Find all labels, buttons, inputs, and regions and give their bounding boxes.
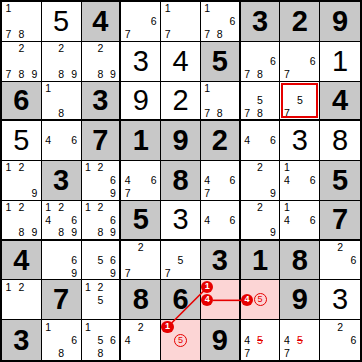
candidate-4: 4 — [201, 213, 214, 226]
candidate-2 — [174, 2, 187, 15]
cell-r4c4[interactable]: 1 — [121, 121, 161, 161]
candidate-9: 9 — [28, 187, 41, 200]
cell-r7c3[interactable]: 569 — [82, 241, 122, 281]
cell-r3c1[interactable]: 6 — [2, 82, 42, 122]
candidate-4 — [82, 55, 95, 68]
cell-r5c4[interactable]: 467 — [121, 161, 161, 201]
candidate-1: 1 — [82, 320, 95, 333]
cell-r9c2[interactable]: 168 — [42, 320, 82, 360]
candidate-grid: 1269 — [82, 161, 120, 200]
candidate-5: 5 — [293, 94, 306, 107]
candidate-1 — [201, 201, 214, 214]
candidate-7 — [320, 267, 333, 280]
cell-r1c5[interactable]: 17 — [161, 2, 201, 42]
candidate-2: 2 — [55, 201, 68, 214]
cell-r8c1[interactable]: 12 — [2, 280, 42, 320]
cell-r9c7[interactable]: 457 — [241, 320, 281, 360]
candidate-5: 5 — [94, 333, 107, 346]
candidate-2 — [55, 121, 68, 134]
given-digit: 3 — [13, 326, 29, 355]
candidate-9 — [226, 28, 239, 41]
candidate-grid: 1289 — [2, 201, 41, 239]
candidate-7 — [241, 306, 254, 319]
candidate-3 — [28, 280, 41, 293]
candidate-9 — [306, 68, 319, 81]
candidate-9 — [147, 28, 160, 41]
candidate-4 — [201, 15, 214, 28]
cell-r9c5[interactable]: 15 — [161, 320, 201, 360]
cell-r6c6[interactable]: 46 — [201, 201, 241, 241]
cell-r6c7[interactable]: 29 — [241, 201, 281, 241]
candidate-4: 4 — [42, 134, 55, 147]
cell-r1c9[interactable]: 9 — [320, 2, 360, 42]
given-digit: 9 — [292, 285, 308, 314]
cell-r5c1[interactable]: 129 — [2, 161, 42, 201]
cell-r3c5[interactable]: 2 — [161, 82, 201, 122]
given-digit: 3 — [92, 86, 108, 115]
candidate-9 — [147, 267, 160, 280]
cell-r9c8[interactable]: 457 — [280, 320, 320, 360]
candidate-5 — [94, 174, 107, 187]
cell-r2c8[interactable]: 67 — [280, 42, 320, 82]
candidate-7 — [280, 187, 293, 200]
candidate-9 — [306, 347, 319, 360]
candidate-2 — [55, 320, 68, 333]
candidate-5: 5 — [254, 293, 267, 306]
candidate-8: 8 — [15, 28, 28, 41]
candidate-grid: 578 — [241, 82, 280, 120]
candidate-5 — [254, 213, 267, 226]
cell-r7c5[interactable]: 57 — [161, 241, 201, 281]
candidate-grid: 29 — [241, 161, 280, 200]
candidate-1 — [121, 241, 134, 254]
candidate-5 — [55, 213, 68, 226]
candidate-3 — [107, 320, 120, 333]
candidate-2 — [293, 201, 306, 214]
candidate-5 — [55, 134, 68, 147]
candidate-6 — [267, 293, 280, 306]
cell-r8c7[interactable]: 45 — [241, 280, 281, 320]
candidate-4: 4 — [42, 213, 55, 226]
candidate-1 — [82, 241, 95, 254]
candidate-1 — [201, 161, 214, 174]
candidate-4 — [241, 174, 254, 187]
candidate-6 — [28, 15, 41, 28]
cell-r3c9[interactable]: 4 — [320, 82, 360, 122]
candidate-2: 2 — [94, 42, 107, 55]
given-digit: 2 — [292, 7, 308, 36]
candidate-4 — [2, 174, 15, 187]
candidate-6: 6 — [347, 333, 360, 346]
cell-r2c7[interactable]: 678 — [241, 42, 281, 82]
cell-r6c5[interactable]: 3 — [161, 201, 201, 241]
cell-r1c2[interactable]: 5 — [42, 2, 82, 42]
candidate-grid: 12 — [2, 280, 41, 319]
candidate-5 — [15, 213, 28, 226]
cell-r7c1[interactable]: 4 — [2, 241, 42, 281]
cell-r2c9[interactable]: 1 — [320, 42, 360, 82]
cell-r4c6[interactable]: 2 — [201, 121, 241, 161]
candidate-1 — [320, 241, 333, 254]
candidate-4 — [161, 15, 174, 28]
candidate-7: 7 — [2, 68, 15, 81]
candidate-9 — [28, 28, 41, 41]
candidate-3 — [347, 241, 360, 254]
candidate-4: 4 — [121, 174, 134, 187]
candidate-9 — [107, 347, 120, 360]
candidate-9 — [267, 347, 280, 360]
cell-r5c2[interactable]: 3 — [42, 161, 82, 201]
candidate-3 — [267, 280, 280, 293]
given-digit: 4 — [13, 246, 29, 275]
candidate-1 — [241, 121, 254, 134]
candidate-7: 7 — [121, 267, 134, 280]
candidate-7 — [2, 187, 15, 200]
candidate-2: 2 — [254, 161, 267, 174]
cell-r8c2[interactable]: 7 — [42, 280, 82, 320]
candidate-6: 6 — [68, 134, 81, 147]
cell-r4c7[interactable]: 46 — [241, 121, 281, 161]
candidate-3 — [107, 201, 120, 214]
given-digit: 6 — [13, 86, 29, 115]
cell-r1c7[interactable]: 3 — [241, 2, 281, 42]
candidate-1 — [2, 42, 15, 55]
cell-r1c3[interactable]: 4 — [82, 2, 122, 42]
cell-r1c8[interactable]: 2 — [280, 2, 320, 42]
solved-digit: 3 — [332, 285, 348, 314]
candidate-5 — [15, 55, 28, 68]
candidate-2 — [134, 2, 147, 15]
given-digit: 1 — [252, 246, 268, 275]
cell-r8c8[interactable]: 9 — [280, 280, 320, 320]
candidate-4 — [82, 174, 95, 187]
candidate-4 — [42, 333, 55, 346]
candidate-4: 4 — [121, 333, 134, 346]
candidate-5 — [293, 213, 306, 226]
cell-r5c7[interactable]: 29 — [241, 161, 281, 201]
candidate-grid: 12689 — [82, 201, 120, 239]
candidate-7 — [82, 347, 95, 360]
candidate-3 — [28, 42, 41, 55]
cell-r5c9[interactable]: 5 — [320, 161, 360, 201]
candidate-grid: 178 — [2, 2, 41, 41]
candidate-1 — [82, 42, 95, 55]
cell-r9c3[interactable]: 1568 — [82, 320, 122, 360]
candidate-3 — [28, 161, 41, 174]
candidate-2 — [293, 82, 306, 95]
candidate-2 — [254, 82, 267, 95]
candidate-9 — [28, 306, 41, 319]
candidate-5: 5 — [94, 254, 107, 267]
cell-r6c3[interactable]: 12689 — [82, 201, 122, 241]
cell-r5c3[interactable]: 1269 — [82, 161, 122, 201]
candidate-6 — [147, 254, 160, 267]
candidate-1 — [121, 320, 134, 333]
cell-r5c6[interactable]: 467 — [201, 161, 241, 201]
cell-r2c1[interactable]: 2789 — [2, 42, 42, 82]
candidate-2: 2 — [15, 280, 28, 293]
candidate-grid: 18 — [42, 82, 81, 120]
solved-digit: 4 — [172, 47, 188, 76]
cell-r6c9[interactable]: 7 — [320, 201, 360, 241]
candidate-4 — [161, 254, 174, 267]
candidate-3 — [267, 42, 280, 55]
candidate-7 — [201, 306, 214, 319]
candidate-6: 6 — [107, 174, 120, 187]
candidate-7: 7 — [2, 28, 15, 41]
candidate-grid: 57 — [161, 241, 200, 280]
candidate-3 — [68, 42, 81, 55]
cell-r8c3[interactable]: 125 — [82, 280, 122, 320]
candidate-grid: 467 — [121, 161, 160, 200]
candidate-grid: 146 — [280, 161, 319, 200]
candidate-5 — [55, 55, 68, 68]
cell-r8c9[interactable]: 3 — [320, 280, 360, 320]
candidate-9: 9 — [28, 226, 41, 239]
cell-r2c6[interactable]: 5 — [201, 42, 241, 82]
candidate-5 — [55, 254, 68, 267]
cell-r4c3[interactable]: 7 — [82, 121, 122, 161]
candidate-grid: 17 — [161, 2, 200, 41]
candidate-8 — [174, 347, 187, 360]
candidate-9: 9 — [267, 187, 280, 200]
candidate-3 — [107, 241, 120, 254]
candidate-9 — [187, 347, 200, 360]
candidate-1: 1 — [161, 2, 174, 15]
candidate-6 — [107, 55, 120, 68]
candidate-9 — [267, 306, 280, 319]
cell-r7c6[interactable]: 3 — [201, 241, 241, 281]
candidate-7 — [42, 147, 55, 160]
cell-r4c1[interactable]: 5 — [2, 121, 42, 161]
candidate-5 — [55, 333, 68, 346]
cell-r2c4[interactable]: 3 — [121, 42, 161, 82]
cell-r8c5[interactable]: 6 — [161, 280, 201, 320]
cell-r8c6[interactable]: 14 — [201, 280, 241, 320]
candidate-grid: 129 — [2, 161, 41, 200]
candidate-5 — [254, 134, 267, 147]
candidate-8 — [55, 267, 68, 280]
candidate-3 — [267, 82, 280, 95]
candidate-6 — [28, 293, 41, 306]
cell-r3c8[interactable]: 57 — [280, 82, 320, 122]
cell-r6c4[interactable]: 5 — [121, 201, 161, 241]
candidate-6: 6 — [226, 213, 239, 226]
candidate-2 — [254, 280, 267, 293]
cell-r7c4[interactable]: 27 — [121, 241, 161, 281]
cell-r4c5[interactable]: 9 — [161, 121, 201, 161]
candidate-grid: 26 — [320, 241, 360, 280]
solved-digit: 2 — [172, 86, 188, 115]
cell-r9c9[interactable]: 26 — [320, 320, 360, 360]
candidate-8: 8 — [94, 226, 107, 239]
candidate-5: 5 — [94, 293, 107, 306]
candidate-6: 6 — [306, 213, 319, 226]
cell-r4c9[interactable]: 8 — [320, 121, 360, 161]
candidate-8 — [174, 28, 187, 41]
cell-r4c2[interactable]: 46 — [42, 121, 82, 161]
cell-r3c3[interactable]: 3 — [82, 82, 122, 122]
cell-r6c2[interactable]: 124689 — [42, 201, 82, 241]
candidate-8 — [254, 347, 267, 360]
cell-r1c4[interactable]: 67 — [121, 2, 161, 42]
solved-digit: 8 — [332, 126, 348, 155]
candidate-1 — [241, 82, 254, 95]
candidate-5: 5 — [254, 94, 267, 107]
candidate-6 — [68, 55, 81, 68]
candidate-3 — [147, 161, 160, 174]
candidate-1: 1 — [42, 320, 55, 333]
cell-r6c8[interactable]: 146 — [280, 201, 320, 241]
candidate-2 — [254, 42, 267, 55]
candidate-2: 2 — [15, 42, 28, 55]
candidate-4: 4 — [201, 174, 214, 187]
cell-r2c5[interactable]: 4 — [161, 42, 201, 82]
candidate-grid: 457 — [241, 320, 280, 360]
candidate-2: 2 — [333, 320, 346, 333]
candidate-2: 2 — [94, 280, 107, 293]
candidate-7 — [241, 187, 254, 200]
candidate-7: 7 — [280, 107, 293, 120]
candidate-2: 2 — [15, 201, 28, 214]
cell-r6c1[interactable]: 1289 — [2, 201, 42, 241]
given-digit: 5 — [332, 166, 348, 195]
candidate-1: 1 — [201, 82, 214, 95]
cell-r1c1[interactable]: 178 — [2, 2, 42, 42]
candidate-8 — [293, 226, 306, 239]
candidate-9 — [347, 347, 360, 360]
candidate-3 — [107, 161, 120, 174]
candidate-1 — [280, 82, 293, 95]
chain-node-circled-5: 5 — [174, 334, 187, 347]
candidate-2 — [293, 320, 306, 333]
candidate-4 — [82, 254, 95, 267]
candidate-1: 1 — [280, 201, 293, 214]
candidate-7: 7 — [241, 68, 254, 81]
candidate-7 — [82, 267, 95, 280]
candidate-grid: 146 — [280, 201, 319, 239]
candidate-7 — [241, 147, 254, 160]
given-digit: 7 — [332, 205, 348, 234]
cell-r2c2[interactable]: 289 — [42, 42, 82, 82]
candidate-7 — [42, 68, 55, 81]
cell-r9c1[interactable]: 3 — [2, 320, 42, 360]
cell-r7c8[interactable]: 8 — [280, 241, 320, 281]
candidate-8 — [134, 28, 147, 41]
candidate-8 — [174, 267, 187, 280]
candidate-grid: 67 — [121, 2, 160, 41]
candidate-9 — [347, 267, 360, 280]
candidate-6: 6 — [68, 254, 81, 267]
given-digit: 9 — [212, 326, 228, 355]
candidate-6 — [226, 293, 239, 306]
candidate-1: 1 — [2, 280, 15, 293]
candidate-grid: 24 — [121, 320, 160, 360]
candidate-3 — [306, 161, 319, 174]
candidate-1: 1 — [2, 2, 15, 15]
candidate-grid: 45 — [241, 280, 280, 319]
cell-r3c6[interactable]: 178 — [201, 82, 241, 122]
cell-r3c2[interactable]: 18 — [42, 82, 82, 122]
candidate-8: 8 — [94, 347, 107, 360]
candidate-7: 7 — [201, 107, 214, 120]
given-digit: 6 — [172, 285, 188, 314]
cell-r3c4[interactable]: 9 — [121, 82, 161, 122]
cell-r2c3[interactable]: 289 — [82, 42, 122, 82]
solved-digit: 5 — [13, 126, 29, 155]
candidate-2 — [134, 161, 147, 174]
cell-r5c5[interactable]: 8 — [161, 161, 201, 201]
candidate-5 — [213, 213, 226, 226]
candidate-5 — [213, 293, 226, 306]
eliminated-candidate-5: 5 — [293, 333, 306, 346]
cell-r1c6[interactable]: 1678 — [201, 2, 241, 42]
candidate-6 — [187, 333, 200, 346]
candidate-1 — [42, 42, 55, 55]
candidate-2 — [293, 161, 306, 174]
cell-r9c4[interactable]: 24 — [121, 320, 161, 360]
candidate-6: 6 — [68, 333, 81, 346]
candidate-6 — [147, 333, 160, 346]
candidate-3 — [226, 161, 239, 174]
cell-r7c9[interactable]: 26 — [320, 241, 360, 281]
cell-r7c2[interactable]: 69 — [42, 241, 82, 281]
cell-r5c8[interactable]: 146 — [280, 161, 320, 201]
candidate-2 — [213, 201, 226, 214]
candidate-8: 8 — [55, 68, 68, 81]
candidate-grid: 27 — [121, 241, 160, 280]
cell-r8c4[interactable]: 8 — [121, 280, 161, 320]
solved-digit: 3 — [292, 126, 308, 155]
candidate-1 — [161, 241, 174, 254]
candidate-5 — [174, 15, 187, 28]
candidate-3 — [68, 201, 81, 214]
cell-r9c6[interactable]: 9 — [201, 320, 241, 360]
candidate-1 — [241, 42, 254, 55]
candidate-8 — [134, 187, 147, 200]
chain-node-filled-1: 1 — [161, 321, 174, 334]
candidate-1 — [121, 161, 134, 174]
candidate-7: 7 — [161, 28, 174, 41]
candidate-9 — [306, 107, 319, 120]
cell-r4c8[interactable]: 3 — [280, 121, 320, 161]
candidate-1: 1 — [2, 161, 15, 174]
candidate-8: 8 — [213, 28, 226, 41]
cell-r3c7[interactable]: 578 — [241, 82, 281, 122]
candidate-grid: 678 — [241, 42, 280, 81]
candidate-9: 9 — [107, 68, 120, 81]
candidate-2: 2 — [333, 241, 346, 254]
candidate-6: 6 — [107, 333, 120, 346]
cell-r7c7[interactable]: 1 — [241, 241, 281, 281]
candidate-9 — [187, 267, 200, 280]
candidate-2 — [254, 121, 267, 134]
candidate-1: 1 — [280, 161, 293, 174]
candidate-3 — [187, 320, 200, 333]
candidate-6 — [306, 94, 319, 107]
candidate-3 — [267, 201, 280, 214]
candidate-1: 1 — [82, 161, 95, 174]
candidate-2 — [55, 82, 68, 95]
candidate-6 — [28, 213, 41, 226]
candidate-8 — [94, 187, 107, 200]
given-digit: 1 — [133, 126, 149, 155]
candidate-6: 6 — [147, 174, 160, 187]
candidate-3 — [306, 320, 319, 333]
candidate-4 — [2, 293, 15, 306]
candidate-2 — [213, 161, 226, 174]
chain-node-filled-1: 1 — [201, 281, 214, 294]
